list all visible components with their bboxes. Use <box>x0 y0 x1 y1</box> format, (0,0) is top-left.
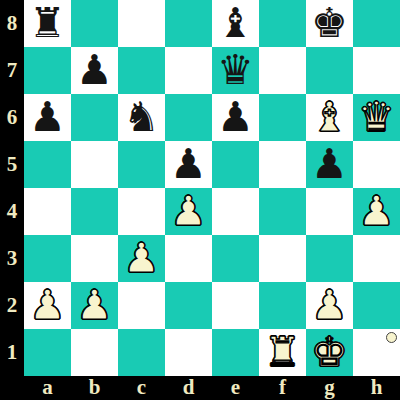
rank-label-2: 2 <box>0 282 24 329</box>
rank-label-4: 4 <box>0 188 24 235</box>
square-c1[interactable] <box>118 329 165 376</box>
file-label-a: a <box>24 376 71 400</box>
square-h5[interactable] <box>353 141 400 188</box>
square-f2[interactable] <box>259 282 306 329</box>
square-d4[interactable]: ♟ <box>165 188 212 235</box>
square-b6[interactable] <box>71 94 118 141</box>
square-g2[interactable]: ♟ <box>306 282 353 329</box>
square-h7[interactable] <box>353 47 400 94</box>
square-b5[interactable] <box>71 141 118 188</box>
square-b3[interactable] <box>71 235 118 282</box>
square-f4[interactable] <box>259 188 306 235</box>
square-e7[interactable]: ♛ <box>212 47 259 94</box>
piece-white-pawn: ♟ <box>29 282 66 329</box>
square-h6[interactable]: ♛ <box>353 94 400 141</box>
square-a3[interactable] <box>24 235 71 282</box>
piece-white-pawn: ♟ <box>358 188 395 235</box>
piece-black-pawn: ♟ <box>170 141 207 188</box>
square-f5[interactable] <box>259 141 306 188</box>
square-b8[interactable] <box>71 0 118 47</box>
rank-label-8: 8 <box>0 0 24 47</box>
file-label-g: g <box>306 376 353 400</box>
square-e4[interactable] <box>212 188 259 235</box>
square-g5[interactable]: ♟ <box>306 141 353 188</box>
piece-white-rook: ♜ <box>264 329 301 376</box>
piece-black-rook: ♜ <box>29 0 66 47</box>
square-a7[interactable] <box>24 47 71 94</box>
square-f3[interactable] <box>259 235 306 282</box>
square-c7[interactable] <box>118 47 165 94</box>
square-e2[interactable] <box>212 282 259 329</box>
square-f6[interactable] <box>259 94 306 141</box>
file-label-c: c <box>118 376 165 400</box>
square-e8[interactable]: ♝ <box>212 0 259 47</box>
rank-label-1: 1 <box>0 329 24 376</box>
corner-spacer <box>0 376 24 400</box>
piece-black-queen: ♛ <box>217 47 254 94</box>
square-e3[interactable] <box>212 235 259 282</box>
square-a1[interactable] <box>24 329 71 376</box>
square-h8[interactable] <box>353 0 400 47</box>
square-c3[interactable]: ♟ <box>118 235 165 282</box>
piece-black-pawn: ♟ <box>311 141 348 188</box>
square-h4[interactable]: ♟ <box>353 188 400 235</box>
square-g3[interactable] <box>306 235 353 282</box>
piece-black-pawn: ♟ <box>217 94 254 141</box>
square-c2[interactable] <box>118 282 165 329</box>
square-d8[interactable] <box>165 0 212 47</box>
square-g1[interactable]: ♚ <box>306 329 353 376</box>
rank-label-7: 7 <box>0 47 24 94</box>
square-e1[interactable] <box>212 329 259 376</box>
rank-label-6: 6 <box>0 94 24 141</box>
square-d5[interactable]: ♟ <box>165 141 212 188</box>
square-c8[interactable] <box>118 0 165 47</box>
piece-white-pawn: ♟ <box>76 282 113 329</box>
square-c6[interactable]: ♞ <box>118 94 165 141</box>
square-g7[interactable] <box>306 47 353 94</box>
square-a4[interactable] <box>24 188 71 235</box>
file-label-f: f <box>259 376 306 400</box>
rank-label-5: 5 <box>0 141 24 188</box>
rank-label-3: 3 <box>0 235 24 282</box>
square-a2[interactable]: ♟ <box>24 282 71 329</box>
piece-white-pawn: ♟ <box>311 282 348 329</box>
piece-black-pawn: ♟ <box>29 94 66 141</box>
square-g4[interactable] <box>306 188 353 235</box>
square-b2[interactable]: ♟ <box>71 282 118 329</box>
square-f1[interactable]: ♜ <box>259 329 306 376</box>
piece-black-knight: ♞ <box>123 94 160 141</box>
file-label-e: e <box>212 376 259 400</box>
piece-black-bishop: ♝ <box>217 0 254 47</box>
square-e6[interactable]: ♟ <box>212 94 259 141</box>
chess-board: 8♜♝♚7♟♛6♟♞♟♝♛5♟♟4♟♟3♟2♟♟♟1♜♚abcdefgh <box>0 0 400 400</box>
piece-white-bishop: ♝ <box>311 94 348 141</box>
square-f8[interactable] <box>259 0 306 47</box>
square-g8[interactable]: ♚ <box>306 0 353 47</box>
file-label-d: d <box>165 376 212 400</box>
piece-black-pawn: ♟ <box>76 47 113 94</box>
square-d6[interactable] <box>165 94 212 141</box>
square-d1[interactable] <box>165 329 212 376</box>
square-f7[interactable] <box>259 47 306 94</box>
square-c4[interactable] <box>118 188 165 235</box>
square-d7[interactable] <box>165 47 212 94</box>
square-b7[interactable]: ♟ <box>71 47 118 94</box>
square-g6[interactable]: ♝ <box>306 94 353 141</box>
square-d2[interactable] <box>165 282 212 329</box>
piece-white-pawn: ♟ <box>123 235 160 282</box>
file-label-b: b <box>71 376 118 400</box>
square-c5[interactable] <box>118 141 165 188</box>
chess-frame: 8♜♝♚7♟♛6♟♞♟♝♛5♟♟4♟♟3♟2♟♟♟1♜♚abcdefgh <box>0 0 400 400</box>
file-label-h: h <box>353 376 400 400</box>
square-d3[interactable] <box>165 235 212 282</box>
square-a8[interactable]: ♜ <box>24 0 71 47</box>
piece-black-king: ♚ <box>311 0 348 47</box>
square-a6[interactable]: ♟ <box>24 94 71 141</box>
square-b4[interactable] <box>71 188 118 235</box>
square-e5[interactable] <box>212 141 259 188</box>
square-h2[interactable] <box>353 282 400 329</box>
piece-white-pawn: ♟ <box>170 188 207 235</box>
square-h3[interactable] <box>353 235 400 282</box>
square-b1[interactable] <box>71 329 118 376</box>
piece-white-king: ♚ <box>311 329 348 376</box>
square-a5[interactable] <box>24 141 71 188</box>
piece-white-queen: ♛ <box>358 94 395 141</box>
white-to-move-indicator <box>386 332 397 343</box>
